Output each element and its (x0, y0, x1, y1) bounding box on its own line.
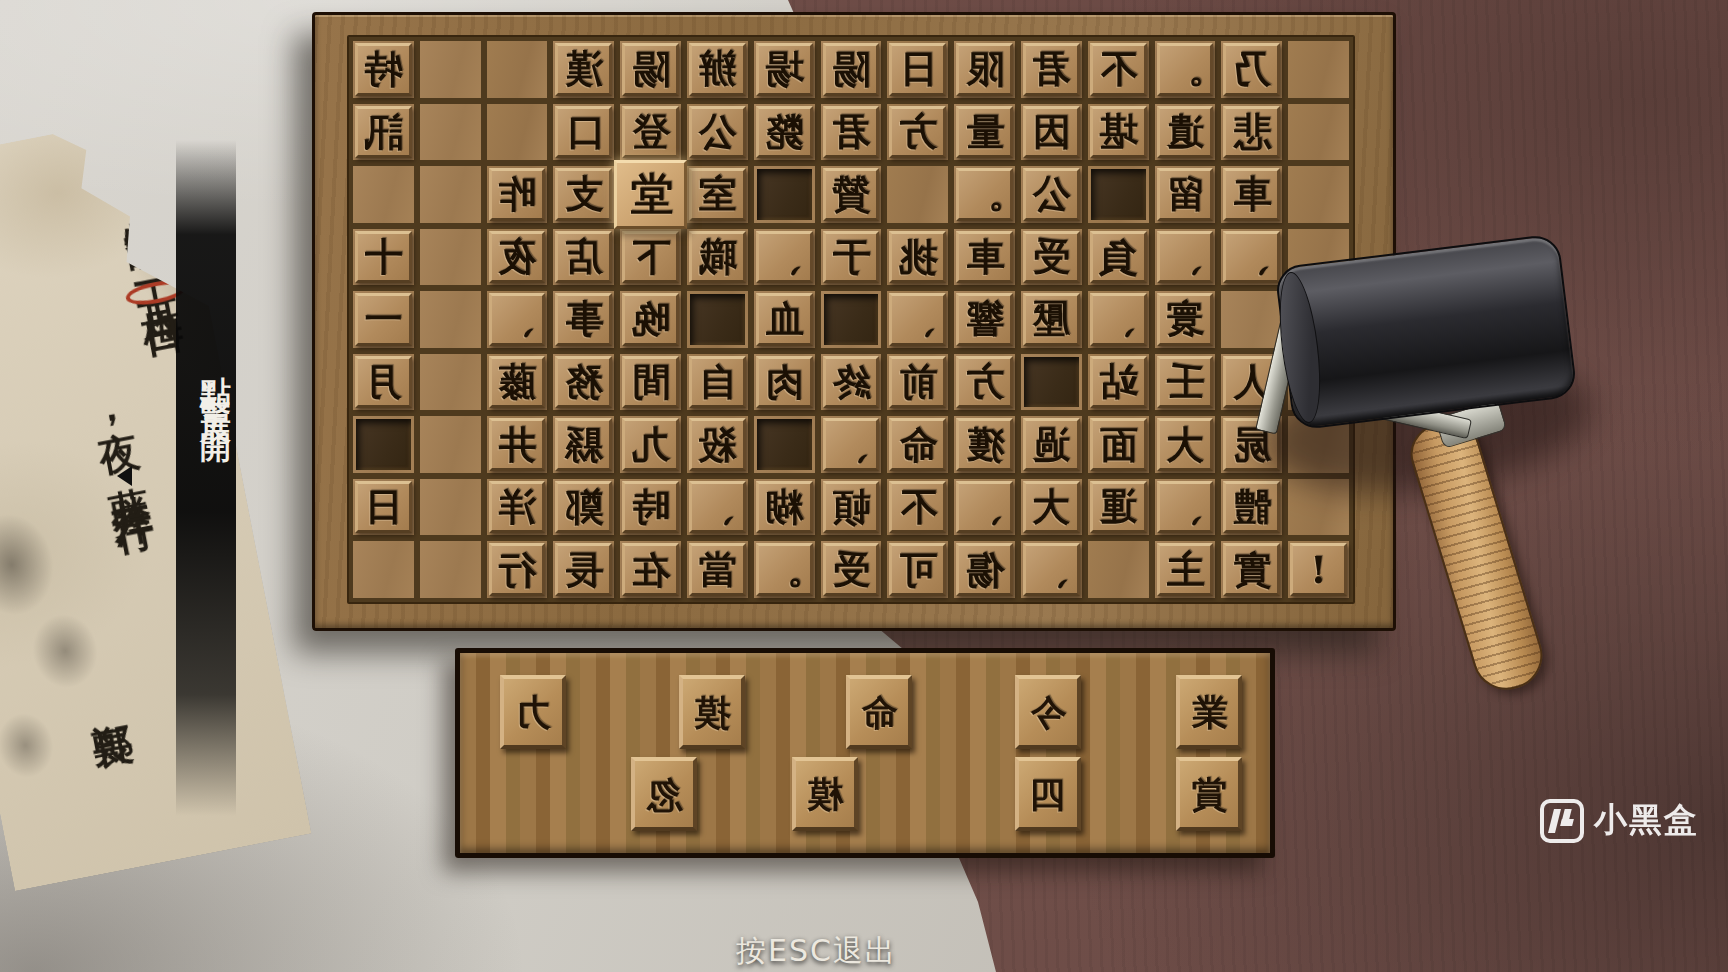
type-tile[interactable]: 響 (956, 293, 1013, 346)
board-cell-r5c1: 一 (353, 291, 414, 348)
mirrored-glyph: 。 (966, 175, 1004, 213)
board-cell-r3c2 (420, 166, 481, 223)
type-tile[interactable]: 、 (889, 293, 946, 346)
mirrored-glyph: 贊 (832, 175, 870, 213)
board-cell-r1c9: 日 (887, 41, 948, 98)
board-cell-r9c11: 、 (1021, 541, 1082, 598)
board-cell-r3c8: 贊 (821, 166, 882, 223)
mirrored-glyph: 遺 (1166, 113, 1204, 151)
type-tile[interactable]: 車 (1223, 168, 1280, 221)
missing-type-slot[interactable] (757, 419, 812, 470)
mirrored-glyph: 口 (565, 113, 603, 151)
mirrored-glyph: 下 (632, 238, 670, 276)
mirrored-glyph: 堪 (1099, 113, 1137, 151)
type-tile[interactable]: 留 (1157, 168, 1214, 221)
mirrored-glyph: 、 (698, 488, 736, 526)
tray-type-tile[interactable]: 模 (792, 757, 858, 831)
board-cell-r1c3 (487, 41, 548, 98)
type-tile[interactable]: 、 (1023, 543, 1080, 596)
board-cell-r3c7 (754, 166, 815, 223)
type-tile[interactable]: 斃 (756, 106, 813, 159)
type-tile[interactable]: 公 (1023, 168, 1080, 221)
mirrored-glyph: 登 (632, 113, 670, 151)
board-cell-r8c6: 、 (687, 479, 748, 536)
mirrored-glyph: 悲 (1233, 113, 1271, 151)
board-cell-r3c6: 室 (687, 166, 748, 223)
board-cell-r3c9 (887, 166, 948, 223)
mirrored-glyph: 十 (364, 238, 402, 276)
missing-type-slot[interactable] (1024, 357, 1079, 408)
type-tile[interactable]: 職 (689, 231, 746, 284)
type-tile[interactable]: 命 (889, 418, 946, 471)
type-tile[interactable]: 君 (1023, 43, 1080, 96)
type-grid: 特漢陽辦場陽日限君不。乃訊口登公斃君方量因堪遺悲昨支堂室贊。公留車十夜店下職、于… (347, 35, 1355, 604)
mirrored-glyph: 、 (899, 300, 937, 338)
board-cell-r5c4: 事 (553, 291, 614, 348)
mirrored-glyph: 方 (899, 113, 937, 151)
mirrored-glyph: 命 (861, 694, 897, 730)
type-tile[interactable]: 受 (823, 543, 880, 596)
type-tile[interactable]: 受 (1023, 231, 1080, 284)
type-tile[interactable]: 悲 (1223, 106, 1280, 159)
board-cell-r8c1: 日 (353, 479, 414, 536)
type-tile[interactable]: 、 (1223, 231, 1280, 284)
type-tile[interactable]: 、 (1157, 231, 1214, 284)
expand-panel-shadow-strip (176, 140, 236, 816)
board-cell-r2c4: 口 (553, 104, 614, 161)
selected-type-tile[interactable]: 堂 (614, 160, 687, 229)
mirrored-glyph: 夜 (498, 238, 536, 276)
mirrored-glyph: 賞 (1191, 776, 1227, 812)
board-cell-r2c14: 悲 (1221, 104, 1282, 161)
type-tile[interactable]: 十 (355, 231, 412, 284)
board-cell-r9c7: 。 (754, 541, 815, 598)
type-tile[interactable]: 月 (355, 356, 412, 409)
mirrored-glyph: 店 (565, 238, 603, 276)
type-tile[interactable]: 鄭 (555, 481, 612, 534)
type-tile[interactable]: 、 (1157, 481, 1214, 534)
type-tile[interactable]: 實 (1223, 543, 1280, 596)
mirrored-glyph: 九 (632, 426, 670, 464)
mirrored-glyph: 、 (832, 426, 870, 464)
board-cell-r8c12: 運 (1088, 479, 1149, 536)
type-tile[interactable]: 可 (889, 543, 946, 596)
board-cell-r1c6: 辦 (687, 41, 748, 98)
board-cell-r4c2 (420, 229, 481, 286)
mirrored-glyph: 間 (632, 363, 670, 401)
mirrored-glyph: 血 (765, 300, 803, 338)
board-cell-r3c12 (1088, 166, 1149, 223)
type-tile[interactable]: 大 (1157, 418, 1214, 471)
mirrored-glyph: 室 (698, 175, 736, 213)
type-tile[interactable]: 量 (956, 106, 1013, 159)
type-tile[interactable]: 、 (956, 481, 1013, 534)
board-cell-r4c1: 十 (353, 229, 414, 286)
board-cell-r2c8: 君 (821, 104, 882, 161)
board-cell-r7c7 (754, 416, 815, 473)
board-cell-r8c13: 、 (1155, 479, 1216, 536)
type-tile[interactable]: 辦 (689, 43, 746, 96)
mirrored-glyph: 時 (632, 488, 670, 526)
mirrored-glyph: 量 (966, 113, 1004, 151)
mirrored-glyph: 實 (1233, 551, 1271, 589)
mirrored-glyph: 四 (1030, 776, 1066, 812)
board-cell-r1c11: 君 (1021, 41, 1082, 98)
type-tile[interactable]: 支 (555, 168, 612, 221)
mirrored-glyph: 堂 (630, 173, 672, 215)
heybox-watermark: 小黑盒 (1540, 798, 1699, 843)
type-tile[interactable]: ! (1290, 543, 1347, 596)
mirrored-glyph: 行 (498, 551, 536, 589)
mirrored-glyph: 受 (1032, 238, 1070, 276)
roller-rubber-cylinder[interactable] (1274, 233, 1578, 431)
type-tile[interactable]: 獲 (956, 418, 1013, 471)
board-cell-r8c10: 、 (954, 479, 1015, 536)
board-cell-r5c11: 壓 (1021, 291, 1082, 348)
board-cell-r3c4: 支 (553, 166, 614, 223)
printed-proof-sheet[interactable]: 特訊 十一月梅日夜，藤井洋行鄭長 (0, 111, 311, 891)
board-cell-r2c3 (487, 104, 548, 161)
tray-type-tile[interactable]: 業 (1176, 675, 1242, 749)
mirrored-glyph: 、 (966, 488, 1004, 526)
type-tile[interactable]: 終 (823, 356, 880, 409)
type-tile[interactable]: 。 (956, 168, 1013, 221)
type-tile[interactable]: 遺 (1157, 106, 1214, 159)
type-tile[interactable]: 公 (689, 106, 746, 159)
tray-type-tile[interactable]: 力 (500, 675, 566, 749)
type-tile[interactable]: 乃 (1223, 43, 1280, 96)
board-cell-r4c14: 、 (1221, 229, 1282, 286)
board-cell-r6c3: 藤 (487, 354, 548, 411)
mirrored-glyph: ! (1310, 551, 1327, 589)
mirrored-glyph: 前 (899, 363, 937, 401)
mirrored-glyph: 辦 (698, 50, 736, 88)
type-tile[interactable]: 不 (1090, 43, 1147, 96)
board-cell-r8c5: 時 (620, 479, 681, 536)
type-tile[interactable]: 店 (555, 231, 612, 284)
board-cell-r1c5: 陽 (620, 41, 681, 98)
type-tile[interactable]: 、 (1090, 293, 1147, 346)
type-tile[interactable]: 寰 (1157, 293, 1214, 346)
letterpress-workbench: 特漢陽辦場陽日限君不。乃訊口登公斃君方量因堪遺悲昨支堂室贊。公留車十夜店下職、于… (0, 0, 1728, 972)
tray-type-tile[interactable]: 忽 (631, 757, 697, 831)
board-cell-r2c15 (1288, 104, 1349, 161)
type-tile[interactable]: 限 (956, 43, 1013, 96)
board-cell-r9c14: 實 (1221, 541, 1282, 598)
board-cell-r1c2 (420, 41, 481, 98)
mirrored-glyph: 公 (698, 113, 736, 151)
mirrored-glyph: 在 (632, 551, 670, 589)
mirrored-glyph: 可 (899, 551, 937, 589)
type-tile[interactable]: 。 (756, 543, 813, 596)
mirrored-glyph: 大 (1032, 488, 1070, 526)
board-cell-r9c2 (420, 541, 481, 598)
type-tile[interactable]: 九 (622, 418, 679, 471)
board-cell-r3c5: 堂 (620, 166, 681, 223)
board-cell-r5c7: 血 (754, 291, 815, 348)
type-tile[interactable]: 體 (1223, 481, 1280, 534)
type-tile[interactable]: 陽 (823, 43, 880, 96)
mirrored-glyph: 特 (364, 50, 402, 88)
type-tile[interactable]: 日 (355, 481, 412, 534)
type-tile[interactable]: 室 (689, 168, 746, 221)
mirrored-glyph: 方 (966, 363, 1004, 401)
board-cell-r5c5: 晚 (620, 291, 681, 348)
board-cell-r3c13: 留 (1155, 166, 1216, 223)
mirrored-glyph: 君 (832, 113, 870, 151)
type-tile[interactable]: 于 (823, 231, 880, 284)
board-cell-r7c8: 、 (821, 416, 882, 473)
board-cell-r6c11 (1021, 354, 1082, 411)
type-tile[interactable]: 壬 (1157, 356, 1214, 409)
mirrored-glyph: 主 (1166, 551, 1204, 589)
board-cell-r4c10: 車 (954, 229, 1015, 286)
type-tile[interactable]: 壓 (1023, 293, 1080, 346)
type-tile[interactable]: 自 (689, 356, 746, 409)
board-cell-r9c10: 傷 (954, 541, 1015, 598)
type-tile[interactable]: 大 (1023, 481, 1080, 534)
mirrored-glyph: 挑 (899, 238, 937, 276)
board-cell-r1c15 (1288, 41, 1349, 98)
board-cell-r6c12: 站 (1088, 354, 1149, 411)
type-tile[interactable]: 運 (1090, 481, 1147, 534)
type-tile[interactable]: 贊 (823, 168, 880, 221)
mirrored-glyph: 日 (899, 50, 937, 88)
mirrored-glyph: 、 (765, 238, 803, 276)
type-tile[interactable]: 挑 (889, 231, 946, 284)
type-tile[interactable]: 時 (622, 481, 679, 534)
board-cell-r6c7: 肉 (754, 354, 815, 411)
mirrored-glyph: 受 (832, 551, 870, 589)
board-cell-r4c3: 夜 (487, 229, 548, 286)
type-tile[interactable]: 縣 (555, 418, 612, 471)
type-tile[interactable]: 血 (756, 293, 813, 346)
type-tile[interactable]: 傷 (956, 543, 1013, 596)
mirrored-glyph: 陽 (632, 50, 670, 88)
board-cell-r4c5: 下 (620, 229, 681, 286)
mirrored-glyph: 命 (899, 426, 937, 464)
mirrored-glyph: 、 (1166, 238, 1204, 276)
mirrored-glyph: 不 (899, 488, 937, 526)
type-tile[interactable]: 口 (555, 106, 612, 159)
type-tile[interactable]: 前 (889, 356, 946, 409)
mirrored-glyph: 日 (364, 488, 402, 526)
board-cell-r9c8: 受 (821, 541, 882, 598)
type-tile[interactable]: 不 (889, 481, 946, 534)
mirrored-glyph: 自 (698, 363, 736, 401)
mirrored-glyph: 車 (966, 238, 1004, 276)
board-cell-r9c13: 主 (1155, 541, 1216, 598)
type-tile[interactable]: 、 (689, 481, 746, 534)
board-cell-r3c10: 。 (954, 166, 1015, 223)
mirrored-glyph: 于 (832, 238, 870, 276)
tray-type-tile[interactable]: 摸 (679, 675, 745, 749)
type-tile[interactable]: 訊 (355, 106, 412, 159)
mirrored-glyph: 。 (765, 551, 803, 589)
type-tile[interactable]: 殺 (689, 418, 746, 471)
board-cell-r7c6: 殺 (687, 416, 748, 473)
paper-text-column: 特訊 十一月梅日 (115, 183, 176, 301)
mirrored-glyph: 壬 (1166, 363, 1204, 401)
type-tile[interactable]: 日 (889, 43, 946, 96)
mirrored-glyph: 支 (565, 175, 603, 213)
type-tile[interactable]: 、 (823, 418, 880, 471)
mirrored-glyph: 體 (1233, 488, 1271, 526)
mirrored-glyph: 壓 (1032, 300, 1070, 338)
board-cell-r7c1 (353, 416, 414, 473)
mirrored-glyph: 乃 (1233, 50, 1271, 88)
mirrored-glyph: 傷 (966, 551, 1004, 589)
type-tile[interactable]: 、 (756, 231, 813, 284)
board-cell-r7c13: 大 (1155, 416, 1216, 473)
type-tile[interactable]: 、 (489, 293, 546, 346)
mirrored-glyph: 斃 (765, 113, 803, 151)
type-tile[interactable]: 行 (489, 543, 546, 596)
mirrored-glyph: 昨 (498, 175, 536, 213)
board-cell-r9c12 (1088, 541, 1149, 598)
expand-arrow-icon[interactable] (117, 466, 132, 486)
type-tile[interactable]: 場 (756, 43, 813, 96)
mirrored-glyph: 過 (1032, 426, 1070, 464)
type-tile[interactable]: 過 (1023, 418, 1080, 471)
type-tile[interactable]: 堪 (1090, 106, 1147, 159)
type-tile[interactable]: 負 (1090, 231, 1147, 284)
missing-type-slot[interactable] (356, 419, 411, 470)
type-tile[interactable]: 長 (555, 543, 612, 596)
board-cell-r7c10: 獲 (954, 416, 1015, 473)
type-tile[interactable]: 車 (956, 231, 1013, 284)
mirrored-glyph: 晚 (632, 300, 670, 338)
board-cell-r3c1 (353, 166, 414, 223)
board-cell-r2c5: 登 (620, 104, 681, 161)
board-cell-r1c13: 。 (1155, 41, 1216, 98)
mirrored-glyph: 漢 (565, 50, 603, 88)
board-cell-r9c1 (353, 541, 414, 598)
board-cell-r9c4: 長 (553, 541, 614, 598)
type-tile[interactable]: 夜 (489, 231, 546, 284)
mirrored-glyph: 職 (698, 238, 736, 276)
board-cell-r6c1: 月 (353, 354, 414, 411)
mirrored-glyph: 一 (364, 300, 402, 338)
mirrored-glyph: 響 (966, 300, 1004, 338)
board-cell-r5c9: 、 (887, 291, 948, 348)
board-cell-r2c7: 斃 (754, 104, 815, 161)
mirrored-glyph: 寰 (1166, 300, 1204, 338)
board-cell-r8c11: 大 (1021, 479, 1082, 536)
type-tile[interactable]: 井 (489, 418, 546, 471)
board-cell-r7c12: 面 (1088, 416, 1149, 473)
board-cell-r9c3: 行 (487, 541, 548, 598)
type-tile[interactable]: 君 (823, 106, 880, 159)
mirrored-glyph: 因 (1032, 113, 1070, 151)
mirrored-glyph: 、 (1233, 238, 1271, 276)
board-cell-r1c4: 漢 (553, 41, 614, 98)
mirrored-glyph: 忽 (646, 776, 682, 812)
type-tile[interactable]: 站 (1090, 356, 1147, 409)
mirrored-glyph: 、 (1166, 488, 1204, 526)
missing-type-slot[interactable] (824, 294, 879, 345)
board-cell-r6c6: 自 (687, 354, 748, 411)
type-tile[interactable]: 主 (1157, 543, 1214, 596)
board-cell-r4c12: 負 (1088, 229, 1149, 286)
type-tile[interactable]: 陽 (622, 43, 679, 96)
type-tile[interactable]: 面 (1090, 418, 1147, 471)
mirrored-glyph: 君 (1032, 50, 1070, 88)
type-tile[interactable]: 一 (355, 293, 412, 346)
type-tile[interactable]: 登 (622, 106, 679, 159)
expand-label[interactable]: 點擊展開 (195, 352, 237, 428)
type-tile[interactable]: 藤 (489, 356, 546, 409)
board-cell-r4c13: 、 (1155, 229, 1216, 286)
board-cell-r5c12: 、 (1088, 291, 1149, 348)
board-cell-r9c15: ! (1288, 541, 1349, 598)
missing-type-slot[interactable] (690, 294, 745, 345)
type-tile[interactable]: 糊 (756, 481, 813, 534)
board-cell-r1c8: 陽 (821, 41, 882, 98)
mirrored-glyph: 今 (1030, 694, 1066, 730)
board-cell-r1c12: 不 (1088, 41, 1149, 98)
board-cell-r1c10: 限 (954, 41, 1015, 98)
board-cell-r7c9: 命 (887, 416, 948, 473)
type-tile[interactable]: 頓 (823, 481, 880, 534)
mirrored-glyph: 車 (1233, 175, 1271, 213)
mirrored-glyph: 獲 (966, 426, 1004, 464)
board-cell-r9c6: 當 (687, 541, 748, 598)
board-cell-r5c2 (420, 291, 481, 348)
type-tile[interactable]: 肉 (756, 356, 813, 409)
board-cell-r2c12: 堪 (1088, 104, 1149, 161)
mirrored-glyph: 井 (498, 426, 536, 464)
board-cell-r3c3: 昨 (487, 166, 548, 223)
mirrored-glyph: 、 (498, 300, 536, 338)
type-tile[interactable]: 當 (689, 543, 746, 596)
board-cell-r7c3: 井 (487, 416, 548, 473)
type-tile[interactable]: 洋 (489, 481, 546, 534)
tray-type-tile[interactable]: 賞 (1176, 757, 1242, 831)
tray-type-tile[interactable]: 今 (1015, 675, 1081, 749)
type-tile[interactable]: 因 (1023, 106, 1080, 159)
type-tile[interactable]: 昨 (489, 168, 546, 221)
board-cell-r4c4: 店 (553, 229, 614, 286)
type-tile[interactable]: 方 (889, 106, 946, 159)
type-tile[interactable]: 下 (622, 231, 679, 284)
type-tile[interactable]: 務 (555, 356, 612, 409)
mirrored-glyph: 月 (364, 363, 402, 401)
board-cell-r4c6: 職 (687, 229, 748, 286)
type-tile[interactable]: 特 (355, 43, 412, 96)
board-cell-r2c6: 公 (687, 104, 748, 161)
type-tile[interactable]: 方 (956, 356, 1013, 409)
type-tile[interactable]: 晚 (622, 293, 679, 346)
board-cell-r8c7: 糊 (754, 479, 815, 536)
missing-type-slot[interactable] (757, 169, 812, 220)
board-cell-r7c5: 九 (620, 416, 681, 473)
missing-type-slot[interactable] (1091, 169, 1146, 220)
type-tile[interactable]: 漢 (555, 43, 612, 96)
board-cell-r6c10: 方 (954, 354, 1015, 411)
type-tile[interactable]: 在 (622, 543, 679, 596)
type-tile[interactable]: 。 (1157, 43, 1214, 96)
tray-type-tile[interactable]: 命 (846, 675, 912, 749)
type-tile[interactable]: 事 (555, 293, 612, 346)
board-cell-r3c11: 公 (1021, 166, 1082, 223)
tray-type-tile[interactable]: 四 (1015, 757, 1081, 831)
board-cell-r7c11: 過 (1021, 416, 1082, 473)
board-cell-r5c8 (821, 291, 882, 348)
board-cell-r7c4: 縣 (553, 416, 614, 473)
type-tile[interactable]: 間 (622, 356, 679, 409)
mirrored-glyph: 糊 (765, 488, 803, 526)
